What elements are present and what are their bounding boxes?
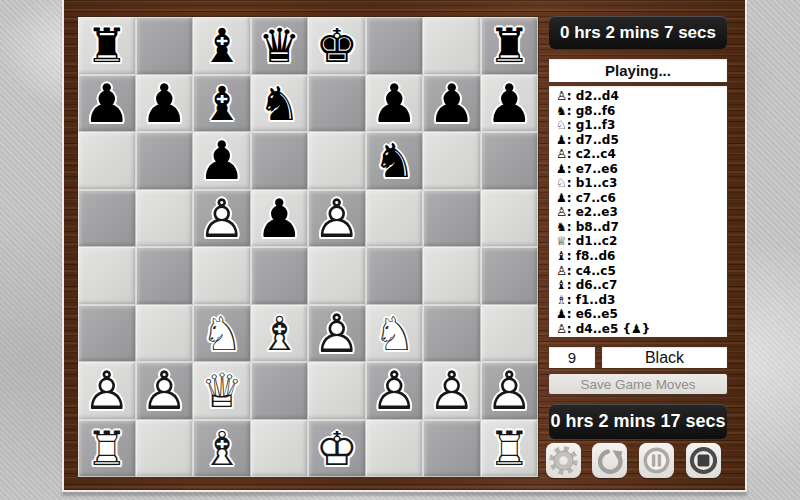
piece-black-pawn[interactable]: ♟	[366, 75, 424, 133]
square-c6[interactable]: ♟	[193, 132, 251, 190]
square-d7[interactable]: ♞	[251, 75, 309, 133]
square-f7[interactable]: ♟	[366, 75, 424, 133]
move-entry: ♙: d4..e5 {♟}	[549, 322, 727, 337]
piece-black-pawn[interactable]: ♟	[136, 75, 194, 133]
move-entry: ♟: e6..e5	[549, 307, 727, 322]
piece-white-queen[interactable]: ♛♕	[193, 362, 251, 420]
save-game-moves-button[interactable]: Save Game Moves	[549, 374, 727, 394]
square-a7[interactable]: ♟	[78, 75, 136, 133]
square-e6[interactable]	[308, 132, 366, 190]
piece-black-rook[interactable]: ♜	[78, 17, 136, 75]
piece-black-pawn[interactable]: ♟	[251, 190, 309, 248]
piece-white-pawn[interactable]: ♟♙	[78, 362, 136, 420]
move-entry: ♟: d7..d5	[549, 133, 727, 148]
square-h5[interactable]	[481, 190, 539, 248]
square-a6[interactable]	[78, 132, 136, 190]
gear-icon	[546, 443, 581, 478]
piece-black-pawn[interactable]: ♟	[481, 75, 539, 133]
square-e2[interactable]	[308, 362, 366, 420]
square-b8[interactable]	[136, 17, 194, 75]
chess-board[interactable]: ♜♝♛♚♜♟♟♝♞♟♟♟♟♞♟♙♟♟♙♞♘♝♗♟♙♞♘♟♙♟♙♛♕♟♙♟♙♟♙♜…	[78, 17, 538, 477]
square-d8[interactable]: ♛	[251, 17, 309, 75]
piece-black-knight[interactable]: ♞	[366, 132, 424, 190]
square-e7[interactable]	[308, 75, 366, 133]
piece-white-king[interactable]: ♚♔	[308, 420, 366, 478]
move-entry: ♝: f8..d6	[549, 249, 727, 264]
piece-black-knight[interactable]: ♞	[251, 75, 309, 133]
square-f8[interactable]	[366, 17, 424, 75]
square-f1[interactable]	[366, 420, 424, 478]
square-h8[interactable]: ♜	[481, 17, 539, 75]
piece-white-bishop[interactable]: ♝♗	[251, 305, 309, 363]
piece-black-king[interactable]: ♚	[308, 17, 366, 75]
move-entry: ♝: d6..c7	[549, 278, 727, 293]
top-timer: 0 hrs 2 mins 7 secs	[549, 16, 727, 49]
square-d5[interactable]: ♟	[251, 190, 309, 248]
square-d4[interactable]	[251, 247, 309, 305]
square-g1[interactable]	[423, 420, 481, 478]
move-number: 9	[549, 347, 595, 368]
move-entry: ♘: b1..c3	[549, 176, 727, 191]
square-g8[interactable]	[423, 17, 481, 75]
square-a5[interactable]	[78, 190, 136, 248]
square-d3[interactable]: ♝♗	[251, 305, 309, 363]
move-entry: ♟: e7..e6	[549, 162, 727, 177]
square-f6[interactable]: ♞	[366, 132, 424, 190]
square-b1[interactable]	[136, 420, 194, 478]
square-b2[interactable]: ♟♙	[136, 362, 194, 420]
square-f3[interactable]: ♞♘	[366, 305, 424, 363]
pause-icon	[639, 443, 674, 478]
square-f2[interactable]: ♟♙	[366, 362, 424, 420]
piece-white-knight[interactable]: ♞♘	[366, 305, 424, 363]
square-g4[interactable]	[423, 247, 481, 305]
side-to-move: Black	[602, 347, 727, 368]
redo-button[interactable]	[592, 443, 627, 478]
move-entry: ♗: f1..d3	[549, 293, 727, 308]
square-f5[interactable]	[366, 190, 424, 248]
square-e5[interactable]: ♟♙	[308, 190, 366, 248]
piece-black-bishop[interactable]: ♝	[193, 75, 251, 133]
piece-black-bishop[interactable]: ♝	[193, 17, 251, 75]
square-g2[interactable]: ♟♙	[423, 362, 481, 420]
bottom-timer: 0 hrs 2 mins 17 secs	[549, 404, 727, 439]
piece-black-pawn[interactable]: ♟	[423, 75, 481, 133]
piece-black-pawn[interactable]: ♟	[78, 75, 136, 133]
move-entry: ♙: e2..e3	[549, 205, 727, 220]
square-c1[interactable]: ♝♗	[193, 420, 251, 478]
square-h2[interactable]: ♟♙	[481, 362, 539, 420]
square-c8[interactable]: ♝	[193, 17, 251, 75]
square-d6[interactable]	[251, 132, 309, 190]
square-h4[interactable]	[481, 247, 539, 305]
square-g3[interactable]	[423, 305, 481, 363]
redo-arrow-icon	[592, 443, 627, 478]
square-h3[interactable]	[481, 305, 539, 363]
piece-black-queen[interactable]: ♛	[251, 17, 309, 75]
square-g6[interactable]	[423, 132, 481, 190]
square-c5[interactable]: ♟♙	[193, 190, 251, 248]
piece-white-pawn[interactable]: ♟♙	[136, 362, 194, 420]
square-e4[interactable]	[308, 247, 366, 305]
piece-white-bishop[interactable]: ♝♗	[193, 420, 251, 478]
piece-white-pawn[interactable]: ♟♙	[308, 305, 366, 363]
move-entry: ♙: d2..d4	[549, 89, 727, 104]
move-entry: ♙: c2..c4	[549, 147, 727, 162]
move-entry: ♟: c7..c6	[549, 191, 727, 206]
square-c3[interactable]: ♞♘	[193, 305, 251, 363]
piece-white-rook[interactable]: ♜♖	[78, 420, 136, 478]
square-b7[interactable]: ♟	[136, 75, 194, 133]
piece-white-knight[interactable]: ♞♘	[193, 305, 251, 363]
pause-button[interactable]	[639, 443, 674, 478]
square-h6[interactable]	[481, 132, 539, 190]
square-a8[interactable]: ♜	[78, 17, 136, 75]
move-entry: ♞: g8..f6	[549, 104, 727, 119]
square-b3[interactable]	[136, 305, 194, 363]
square-c2[interactable]: ♛♕	[193, 362, 251, 420]
square-f4[interactable]	[366, 247, 424, 305]
move-entry: ♕: d1..c2	[549, 234, 727, 249]
square-h7[interactable]: ♟	[481, 75, 539, 133]
square-e1[interactable]: ♚♔	[308, 420, 366, 478]
square-a4[interactable]	[78, 247, 136, 305]
game-status: Playing...	[549, 59, 727, 82]
desktop-background: ♜♝♛♚♜♟♟♝♞♟♟♟♟♞♟♙♟♟♙♞♘♝♗♟♙♞♘♟♙♟♙♛♕♟♙♟♙♟♙♜…	[0, 0, 800, 500]
move-list[interactable]: ♙: d2..d4♞: g8..f6♘: g1..f3♟: d7..d5♙: c…	[549, 86, 727, 337]
square-a1[interactable]: ♜♖	[78, 420, 136, 478]
move-entry: ♞: b8..d7	[549, 220, 727, 235]
piece-white-pawn[interactable]: ♟♙	[423, 362, 481, 420]
stop-button[interactable]	[686, 443, 721, 478]
piece-white-pawn[interactable]: ♟♙	[481, 362, 539, 420]
square-d2[interactable]	[251, 362, 309, 420]
square-b4[interactable]	[136, 247, 194, 305]
stop-icon	[686, 443, 721, 478]
square-e8[interactable]: ♚	[308, 17, 366, 75]
square-a2[interactable]: ♟♙	[78, 362, 136, 420]
piece-white-rook[interactable]: ♜♖	[481, 420, 539, 478]
piece-white-pawn[interactable]: ♟♙	[193, 190, 251, 248]
square-b5[interactable]	[136, 190, 194, 248]
move-entry: ♘: g1..f3	[549, 118, 727, 133]
square-g7[interactable]: ♟	[423, 75, 481, 133]
piece-black-pawn[interactable]: ♟	[193, 132, 251, 190]
square-e3[interactable]: ♟♙	[308, 305, 366, 363]
square-d1[interactable]	[251, 420, 309, 478]
settings-button[interactable]	[546, 443, 581, 478]
square-b6[interactable]	[136, 132, 194, 190]
piece-black-rook[interactable]: ♜	[481, 17, 539, 75]
piece-white-pawn[interactable]: ♟♙	[366, 362, 424, 420]
square-c7[interactable]: ♝	[193, 75, 251, 133]
square-a3[interactable]	[78, 305, 136, 363]
square-h1[interactable]: ♜♖	[481, 420, 539, 478]
square-c4[interactable]	[193, 247, 251, 305]
square-g5[interactable]	[423, 190, 481, 248]
piece-white-pawn[interactable]: ♟♙	[308, 190, 366, 248]
move-entry: ♙: c4..c5	[549, 264, 727, 279]
